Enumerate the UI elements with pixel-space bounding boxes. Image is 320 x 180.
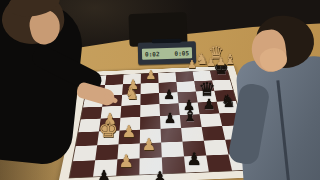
clock-time-right: 0:05 bbox=[174, 49, 189, 56]
clock-lcd: 0:02 0:05 bbox=[142, 47, 192, 59]
clock-time-left: 0:02 bbox=[145, 50, 160, 57]
left-player bbox=[0, 0, 94, 180]
chess-clock: 0:02 0:05 bbox=[138, 41, 197, 65]
right-player bbox=[236, 10, 320, 180]
photo-scene: 0:02 0:05 ♟♟♞♟♚♟♟♟♚♛♟♟♟♞♟♝♟♟♞♛♟♟♝♟♟ bbox=[0, 0, 320, 180]
clock-rocker-button bbox=[152, 39, 182, 44]
